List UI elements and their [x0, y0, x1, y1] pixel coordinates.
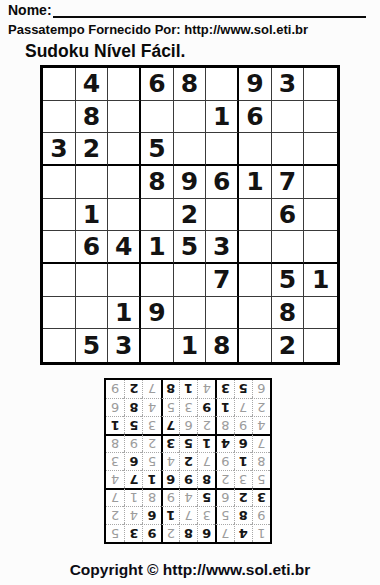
empty-cell[interactable] [304, 231, 337, 264]
solution-solved-cell: 3 [197, 506, 215, 524]
empty-cell[interactable] [108, 264, 141, 297]
empty-cell[interactable] [304, 166, 337, 199]
solution-solved-cell: 6 [106, 398, 124, 416]
given-digit-cell: 7 [272, 166, 305, 199]
empty-cell[interactable] [304, 133, 337, 166]
solution-solved-cell: 1 [124, 488, 142, 506]
given-digit-cell: 8 [174, 68, 207, 101]
empty-cell[interactable] [206, 297, 239, 330]
given-digit-cell: 2 [272, 329, 305, 362]
given-digit-cell: 7 [206, 264, 239, 297]
given-digit-cell: 4 [108, 231, 141, 264]
given-digit-cell: 3 [272, 68, 305, 101]
empty-cell[interactable] [108, 101, 141, 134]
solution-solved-cell: 3 [179, 398, 197, 416]
given-digit-cell: 1 [239, 166, 272, 199]
empty-cell[interactable] [239, 329, 272, 362]
given-digit-cell: 3 [43, 133, 76, 166]
solution-solved-cell: 4 [252, 416, 270, 434]
solution-given-cell: 6 [161, 470, 179, 488]
solution-solved-cell: 2 [161, 524, 179, 542]
empty-cell[interactable] [43, 199, 76, 232]
empty-cell[interactable] [304, 199, 337, 232]
empty-cell[interactable] [76, 166, 109, 199]
given-digit-cell: 3 [206, 231, 239, 264]
empty-cell[interactable] [174, 297, 207, 330]
empty-cell[interactable] [76, 264, 109, 297]
given-digit-cell: 6 [141, 68, 174, 101]
empty-cell[interactable] [43, 68, 76, 101]
empty-cell[interactable] [239, 297, 272, 330]
given-digit-cell: 9 [174, 166, 207, 199]
empty-cell[interactable] [174, 133, 207, 166]
solution-solved-cell: 5 [252, 470, 270, 488]
empty-cell[interactable] [174, 264, 207, 297]
solution-given-cell: 5 [179, 434, 197, 452]
empty-cell[interactable] [304, 297, 337, 330]
sudoku-solution-board-upside-down: 1476829359853716423265498175328961748197… [104, 378, 272, 544]
given-digit-cell: 8 [76, 101, 109, 134]
solution-solved-cell: 3 [142, 416, 160, 434]
empty-cell[interactable] [239, 199, 272, 232]
solution-given-cell: 3 [252, 488, 270, 506]
solution-solved-cell: 5 [215, 506, 233, 524]
empty-cell[interactable] [206, 68, 239, 101]
solution-solved-cell: 7 [106, 488, 124, 506]
solution-given-cell: 8 [124, 398, 142, 416]
solution-solved-cell: 4 [179, 488, 197, 506]
empty-cell[interactable] [174, 101, 207, 134]
solution-given-cell: 2 [234, 488, 252, 506]
empty-cell[interactable] [108, 166, 141, 199]
solution-given-cell: 6 [142, 506, 160, 524]
solution-given-cell: 4 [215, 434, 233, 452]
solution-solved-cell: 4 [142, 398, 160, 416]
empty-cell[interactable] [239, 264, 272, 297]
empty-cell[interactable] [272, 101, 305, 134]
solution-solved-cell: 9 [234, 416, 252, 434]
solution-given-cell: 8 [234, 506, 252, 524]
given-digit-cell: 8 [272, 297, 305, 330]
solution-solved-cell: 2 [106, 506, 124, 524]
given-digit-cell: 5 [174, 231, 207, 264]
solution-solved-cell: 7 [234, 398, 252, 416]
given-digit-cell: 5 [141, 133, 174, 166]
solution-given-cell: 9 [197, 398, 215, 416]
solution-solved-cell: 5 [106, 524, 124, 542]
solution-given-cell: 7 [124, 470, 142, 488]
given-digit-cell: 1 [76, 199, 109, 232]
empty-cell[interactable] [43, 264, 76, 297]
empty-cell[interactable] [239, 231, 272, 264]
empty-cell[interactable] [43, 166, 76, 199]
given-digit-cell: 9 [239, 68, 272, 101]
solution-solved-cell: 6 [252, 380, 270, 398]
solution-solved-cell: 3 [234, 470, 252, 488]
given-digit-cell: 6 [272, 199, 305, 232]
solution-given-cell: 5 [124, 416, 142, 434]
name-row: Nome: [8, 3, 366, 18]
solution-given-cell: 7 [161, 416, 179, 434]
page-title: Sudoku Nível Fácil. [25, 41, 380, 62]
solution-solved-cell: 4 [197, 380, 215, 398]
empty-cell[interactable] [108, 133, 141, 166]
solution-solved-cell: 3 [106, 452, 124, 470]
solution-solved-cell: 8 [215, 416, 233, 434]
given-digit-cell: 2 [174, 199, 207, 232]
empty-cell[interactable] [141, 264, 174, 297]
name-label: Nome: [8, 2, 52, 18]
solution-solved-cell: 7 [215, 524, 233, 542]
solution-solved-cell: 9 [106, 380, 124, 398]
empty-cell[interactable] [141, 101, 174, 134]
given-digit-cell: 6 [76, 231, 109, 264]
empty-cell[interactable] [141, 199, 174, 232]
empty-cell[interactable] [108, 68, 141, 101]
solution-given-cell: 5 [234, 380, 252, 398]
solution-solved-cell: 5 [161, 398, 179, 416]
given-digit-cell: 9 [141, 297, 174, 330]
solution-given-cell: 9 [179, 470, 197, 488]
given-digit-cell: 8 [141, 166, 174, 199]
given-digit-cell: 8 [206, 329, 239, 362]
solution-given-cell: 3 [161, 434, 179, 452]
solution-solved-cell: 9 [124, 434, 142, 452]
solution-solved-cell: 7 [252, 434, 270, 452]
solution-solved-cell: 8 [142, 488, 160, 506]
empty-cell[interactable] [304, 329, 337, 362]
copyright-text: Copyright © http://www.sol.eti.br [0, 561, 380, 579]
solution-solved-cell: 9 [161, 488, 179, 506]
empty-cell[interactable] [43, 101, 76, 134]
given-digit-cell: 1 [304, 264, 337, 297]
given-digit-cell: 5 [76, 329, 109, 362]
sudoku-puzzle-board: 46893816325896171266415375119853182 [40, 65, 340, 365]
solution-given-cell: 2 [179, 452, 197, 470]
name-blank-line [53, 3, 366, 18]
solution-solved-cell: 4 [124, 506, 142, 524]
solution-solved-cell: 2 [252, 398, 270, 416]
given-digit-cell: 6 [206, 166, 239, 199]
solution-given-cell: 1 [161, 506, 179, 524]
solution-given-cell: 9 [142, 524, 160, 542]
solution-given-cell: 2 [124, 380, 142, 398]
solution-given-cell: 1 [179, 380, 197, 398]
solution-solved-cell: 2 [215, 470, 233, 488]
empty-cell[interactable] [206, 199, 239, 232]
empty-cell[interactable] [43, 329, 76, 362]
empty-cell[interactable] [108, 199, 141, 232]
provided-by-text: Passatempo Fornecido Por: http://www.sol… [8, 22, 380, 37]
solution-solved-cell: 4 [106, 470, 124, 488]
empty-cell[interactable] [76, 297, 109, 330]
solution-given-cell: 4 [234, 524, 252, 542]
given-digit-cell: 1 [174, 329, 207, 362]
solution-solved-cell: 2 [197, 416, 215, 434]
solution-given-cell: 1 [215, 398, 233, 416]
sudoku-worksheet-page: Nome: Passatempo Fornecido Por: http://w… [0, 3, 380, 585]
given-digit-cell: 1 [141, 231, 174, 264]
solution-solved-cell: 2 [142, 434, 160, 452]
given-digit-cell: 6 [239, 101, 272, 134]
empty-cell[interactable] [141, 329, 174, 362]
solution-solved-cell: 7 [179, 506, 197, 524]
solution-given-cell: 1 [197, 434, 215, 452]
solution-given-cell: 5 [197, 488, 215, 506]
given-digit-cell: 5 [272, 264, 305, 297]
given-digit-cell: 1 [108, 297, 141, 330]
solution-solved-cell: 7 [142, 380, 160, 398]
empty-cell[interactable] [239, 133, 272, 166]
solution-solved-cell: 8 [252, 452, 270, 470]
empty-cell[interactable] [43, 297, 76, 330]
empty-cell[interactable] [272, 133, 305, 166]
solution-solved-cell: 1 [252, 524, 270, 542]
solution-solved-cell: 6 [215, 488, 233, 506]
given-digit-cell: 4 [76, 68, 109, 101]
solution-solved-cell: 5 [142, 452, 160, 470]
given-digit-cell: 2 [76, 133, 109, 166]
solution-given-cell: 8 [197, 470, 215, 488]
solution-given-cell: 3 [215, 380, 233, 398]
given-digit-cell: 1 [206, 101, 239, 134]
solution-given-cell: 3 [124, 524, 142, 542]
given-digit-cell: 3 [108, 329, 141, 362]
solution-given-cell: 6 [124, 452, 142, 470]
solution-given-cell: 8 [179, 524, 197, 542]
empty-cell[interactable] [304, 101, 337, 134]
solution-given-cell: 1 [142, 470, 160, 488]
solution-solved-cell: 9 [215, 452, 233, 470]
empty-cell[interactable] [206, 133, 239, 166]
solution-solved-cell: 8 [106, 434, 124, 452]
solution-given-cell: 1 [106, 416, 124, 434]
solution-given-cell: 8 [161, 380, 179, 398]
solution-solved-cell: 7 [197, 452, 215, 470]
solution-solved-cell: 9 [252, 506, 270, 524]
empty-cell[interactable] [43, 231, 76, 264]
solution-solved-cell: 4 [161, 452, 179, 470]
empty-cell[interactable] [304, 68, 337, 101]
solution-solved-cell: 6 [179, 416, 197, 434]
empty-cell[interactable] [272, 231, 305, 264]
solution-given-cell: 6 [234, 434, 252, 452]
solution-given-cell: 1 [234, 452, 252, 470]
solution-given-cell: 6 [197, 524, 215, 542]
